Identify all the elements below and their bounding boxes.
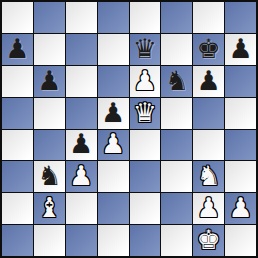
square-e8[interactable] [130, 2, 161, 33]
square-c2[interactable] [66, 193, 97, 224]
black-pawn-d5: ♟ [101, 99, 125, 126]
square-d7[interactable] [98, 34, 129, 65]
square-g7[interactable]: ♚ [193, 34, 224, 65]
square-g8[interactable] [193, 2, 224, 33]
square-d1[interactable] [98, 225, 129, 256]
square-b5[interactable] [34, 98, 65, 129]
black-pawn-b6: ♟ [37, 67, 61, 94]
square-d8[interactable] [98, 2, 129, 33]
black-pawn-h7: ♟ [228, 35, 252, 62]
square-h8[interactable] [225, 2, 256, 33]
square-a4[interactable] [2, 130, 33, 161]
black-queen-e7: ♛ [133, 35, 157, 62]
square-c5[interactable] [66, 98, 97, 129]
square-d5[interactable]: ♟ [98, 98, 129, 129]
white-pawn-h2: ♟ [228, 194, 252, 221]
square-c1[interactable] [66, 225, 97, 256]
black-pawn-c4: ♟ [69, 130, 93, 157]
square-b1[interactable] [34, 225, 65, 256]
square-c6[interactable] [66, 66, 97, 97]
white-pawn-c3: ♟ [69, 162, 93, 189]
square-a3[interactable] [2, 161, 33, 192]
square-b3[interactable]: ♞ [34, 161, 65, 192]
square-b8[interactable] [34, 2, 65, 33]
square-f2[interactable] [161, 193, 192, 224]
square-f8[interactable] [161, 2, 192, 33]
square-e2[interactable] [130, 193, 161, 224]
square-f7[interactable] [161, 34, 192, 65]
square-g4[interactable] [193, 130, 224, 161]
white-queen-e5: ♛ [133, 99, 157, 126]
square-h3[interactable] [225, 161, 256, 192]
square-c3[interactable]: ♟ [66, 161, 97, 192]
square-e6[interactable]: ♟ [130, 66, 161, 97]
square-d3[interactable] [98, 161, 129, 192]
white-pawn-e6: ♟ [133, 67, 157, 94]
black-knight-b3: ♞ [37, 162, 61, 189]
white-knight-g3: ♞ [197, 162, 221, 189]
white-bishop-b2: ♝ [37, 194, 61, 221]
chess-board: ♟♛♚♟♟♟♞♟♟♛♟♟♞♟♞♝♟♟♚ [0, 0, 258, 258]
square-g5[interactable] [193, 98, 224, 129]
square-f1[interactable] [161, 225, 192, 256]
square-f5[interactable] [161, 98, 192, 129]
square-h5[interactable] [225, 98, 256, 129]
square-c8[interactable] [66, 2, 97, 33]
square-c7[interactable] [66, 34, 97, 65]
white-king-g1: ♚ [197, 226, 221, 253]
square-a2[interactable] [2, 193, 33, 224]
white-pawn-d4: ♟ [101, 130, 125, 157]
square-h6[interactable] [225, 66, 256, 97]
black-knight-f6: ♞ [165, 67, 189, 94]
square-e3[interactable] [130, 161, 161, 192]
square-b4[interactable] [34, 130, 65, 161]
square-a8[interactable] [2, 2, 33, 33]
square-g6[interactable]: ♟ [193, 66, 224, 97]
square-h7[interactable]: ♟ [225, 34, 256, 65]
square-f3[interactable] [161, 161, 192, 192]
square-h4[interactable] [225, 130, 256, 161]
square-c4[interactable]: ♟ [66, 130, 97, 161]
square-d6[interactable] [98, 66, 129, 97]
square-f4[interactable] [161, 130, 192, 161]
square-e1[interactable] [130, 225, 161, 256]
black-pawn-a7: ♟ [5, 35, 29, 62]
square-g1[interactable]: ♚ [193, 225, 224, 256]
square-d4[interactable]: ♟ [98, 130, 129, 161]
square-e4[interactable] [130, 130, 161, 161]
square-b7[interactable] [34, 34, 65, 65]
square-f6[interactable]: ♞ [161, 66, 192, 97]
square-d2[interactable] [98, 193, 129, 224]
square-e7[interactable]: ♛ [130, 34, 161, 65]
square-h2[interactable]: ♟ [225, 193, 256, 224]
square-a6[interactable] [2, 66, 33, 97]
square-h1[interactable] [225, 225, 256, 256]
square-b6[interactable]: ♟ [34, 66, 65, 97]
square-a5[interactable] [2, 98, 33, 129]
white-pawn-g2: ♟ [197, 194, 221, 221]
black-pawn-g6: ♟ [197, 67, 221, 94]
square-e5[interactable]: ♛ [130, 98, 161, 129]
black-king-g7: ♚ [197, 35, 221, 62]
square-a1[interactable] [2, 225, 33, 256]
square-g2[interactable]: ♟ [193, 193, 224, 224]
square-a7[interactable]: ♟ [2, 34, 33, 65]
square-g3[interactable]: ♞ [193, 161, 224, 192]
square-b2[interactable]: ♝ [34, 193, 65, 224]
